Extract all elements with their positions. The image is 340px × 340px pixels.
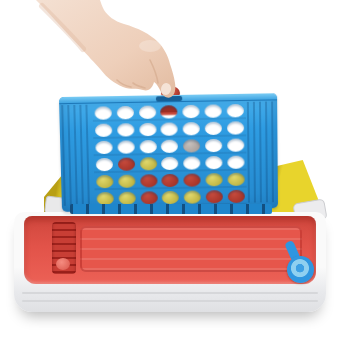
cell-r6c3-red-disc bbox=[140, 191, 157, 204]
cell-r3c4-empty bbox=[161, 140, 178, 153]
cell-r5c5-red-disc bbox=[184, 173, 201, 186]
cell-r4c5-empty bbox=[183, 156, 200, 169]
connect-four-board bbox=[59, 93, 278, 212]
cell-r3c1-empty bbox=[96, 141, 113, 154]
connect-four-travel-game-photo bbox=[0, 0, 340, 340]
cell-r4c2-red-disc bbox=[118, 157, 135, 170]
board-side-ridges-right bbox=[247, 101, 276, 202]
cell-r4c1-empty bbox=[96, 158, 113, 171]
cell-r2c5-empty bbox=[183, 122, 200, 135]
cell-r6c2-yellow-disc bbox=[119, 192, 136, 205]
cell-r3c5-gray-disc bbox=[183, 139, 200, 152]
cell-r5c4-red-disc bbox=[162, 174, 179, 187]
cell-r5c2-yellow-disc bbox=[118, 175, 135, 188]
arm-shading bbox=[42, 6, 83, 49]
case-groove bbox=[22, 300, 318, 302]
cell-r5c6-yellow-disc bbox=[205, 173, 222, 186]
cell-r1c2-empty bbox=[117, 106, 134, 119]
cell-r3c6-empty bbox=[205, 139, 222, 152]
disc-channel-ruler bbox=[52, 222, 76, 274]
cell-r3c7-empty bbox=[227, 138, 244, 151]
red-tray bbox=[24, 216, 316, 284]
arm-and-hand-silhouette bbox=[36, 0, 175, 98]
board-holes[interactable] bbox=[92, 102, 247, 207]
cell-r5c3-red-disc bbox=[140, 174, 157, 187]
cell-r6c6-red-disc bbox=[206, 190, 223, 203]
cell-r1c6-empty bbox=[204, 104, 221, 117]
cell-r2c3-empty bbox=[139, 123, 156, 136]
slider-knob[interactable] bbox=[287, 256, 314, 283]
cell-r1c1-empty bbox=[95, 106, 112, 119]
board-side-ridges-left bbox=[61, 105, 92, 206]
knuckle-highlight bbox=[139, 40, 161, 52]
cell-r1c3-empty bbox=[139, 106, 156, 119]
cell-r4c4-empty bbox=[162, 157, 179, 170]
cell-r5c7-yellow-disc bbox=[227, 173, 244, 186]
cell-r6c4-yellow-disc bbox=[162, 191, 179, 204]
cell-r2c1-empty bbox=[95, 124, 112, 137]
cell-r3c3-empty bbox=[139, 140, 156, 153]
cell-r2c4-empty bbox=[161, 122, 178, 135]
board-hinge bbox=[70, 204, 272, 214]
cell-r2c7-empty bbox=[227, 121, 244, 134]
cell-r1c5-empty bbox=[182, 105, 199, 118]
board-drop-slot bbox=[156, 96, 182, 102]
cell-r3c2-empty bbox=[118, 140, 135, 153]
cell-r6c7-red-disc bbox=[227, 190, 244, 203]
cell-r4c7-empty bbox=[227, 156, 244, 169]
case-groove bbox=[22, 292, 318, 294]
cell-r2c2-empty bbox=[117, 123, 134, 136]
finger-creases bbox=[117, 60, 158, 88]
tray-platform bbox=[80, 226, 302, 272]
cell-r4c3-yellow-disc bbox=[140, 157, 157, 170]
cell-r1c4-red-disc bbox=[161, 105, 178, 118]
cell-r5c1-yellow-disc bbox=[97, 175, 114, 188]
travel-case-base bbox=[14, 212, 326, 312]
cell-r2c6-empty bbox=[205, 122, 222, 135]
cell-r4c6-empty bbox=[205, 156, 222, 169]
cell-r1c7-empty bbox=[226, 104, 243, 117]
cell-r6c5-yellow-disc bbox=[184, 190, 201, 203]
